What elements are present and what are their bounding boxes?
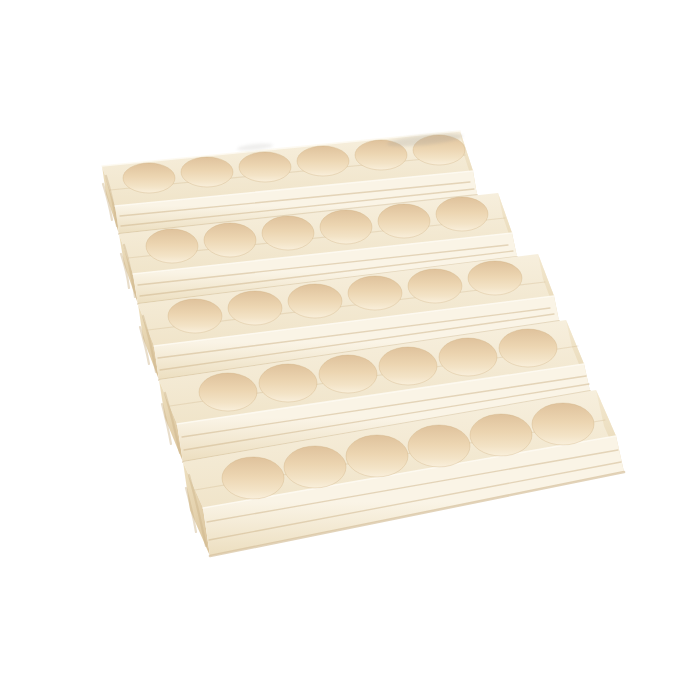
hole [470, 414, 532, 456]
hole [297, 146, 349, 176]
hole [408, 269, 462, 303]
hole [378, 204, 430, 238]
hole [379, 347, 437, 385]
hole [499, 329, 557, 367]
hole [532, 403, 594, 445]
hole [288, 284, 342, 318]
hole [262, 216, 314, 250]
hole [123, 163, 175, 193]
hole [181, 157, 233, 187]
hole [436, 197, 488, 231]
hole [346, 435, 408, 477]
hole [168, 299, 222, 333]
hole [408, 425, 470, 467]
hole [259, 364, 317, 402]
photo-background [0, 0, 700, 700]
wood-stand-illustration [0, 0, 700, 700]
hole [146, 229, 198, 263]
hole [204, 223, 256, 257]
hole [439, 338, 497, 376]
hole [284, 446, 346, 488]
hole [348, 276, 402, 310]
hole [228, 291, 282, 325]
hole [319, 355, 377, 393]
hole [222, 457, 284, 499]
hole [199, 373, 257, 411]
hole [320, 210, 372, 244]
hole [239, 152, 291, 182]
hole [468, 261, 522, 295]
